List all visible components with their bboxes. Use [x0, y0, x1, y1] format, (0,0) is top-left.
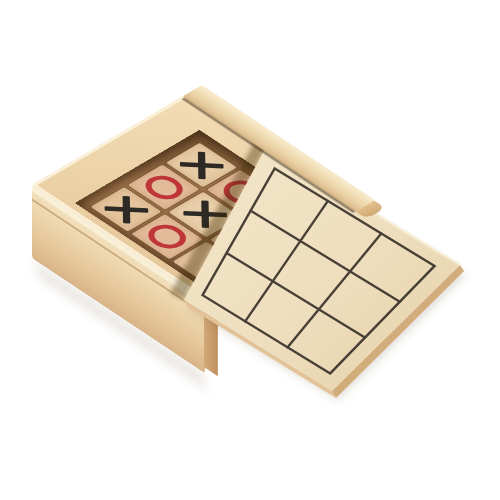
product-photo-tic-tac-toe-box	[0, 0, 500, 500]
sliding-lid	[0, 0, 500, 500]
